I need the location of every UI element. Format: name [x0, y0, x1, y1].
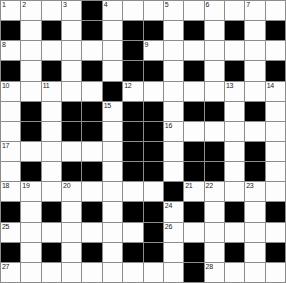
- cell-r8c2[interactable]: [21, 142, 40, 161]
- cell-r12c14[interactable]: [266, 223, 285, 242]
- cell-r14c10: [184, 263, 203, 282]
- cell-r5c11[interactable]: [205, 82, 224, 101]
- clue-number-7: 7: [246, 1, 250, 9]
- cell-r9c13: [245, 162, 264, 181]
- cell-r8c1[interactable]: 17: [1, 142, 20, 161]
- cell-r5c10[interactable]: [184, 82, 203, 101]
- cell-r9c10: [184, 162, 203, 181]
- cell-r13c1: [1, 243, 20, 262]
- cell-r13c9[interactable]: [164, 243, 183, 262]
- cell-r4c13[interactable]: [245, 61, 264, 80]
- cell-r12c5[interactable]: [82, 223, 101, 242]
- clue-number-18: 18: [2, 182, 9, 190]
- cell-r12c2[interactable]: [21, 223, 40, 242]
- cell-r12c11[interactable]: [205, 223, 224, 242]
- clue-number-28: 28: [206, 263, 213, 271]
- cell-r10c11[interactable]: 22: [205, 182, 224, 201]
- cell-r2c8: [144, 21, 163, 40]
- clue-number-3: 3: [63, 1, 67, 9]
- cell-r10c12[interactable]: [225, 182, 244, 201]
- cell-r11c6[interactable]: [103, 202, 122, 221]
- clue-number-22: 22: [206, 182, 213, 190]
- cell-r3c13[interactable]: [245, 41, 264, 60]
- cell-r9c2: [21, 162, 40, 181]
- cell-r4c1: [1, 61, 20, 80]
- cell-r5c12[interactable]: 13: [225, 82, 244, 101]
- cell-r7c4: [62, 122, 81, 141]
- cell-r10c4[interactable]: 20: [62, 182, 81, 201]
- clue-number-4: 4: [104, 1, 108, 9]
- clue-number-25: 25: [2, 223, 9, 231]
- cell-r1c5: [82, 1, 101, 20]
- cell-r10c3[interactable]: [42, 182, 61, 201]
- cell-r8c3[interactable]: [42, 142, 61, 161]
- cell-r11c8: [144, 202, 163, 221]
- cell-r12c4[interactable]: [62, 223, 81, 242]
- cell-r6c11: [205, 102, 224, 121]
- cell-r9c5: [82, 162, 101, 181]
- clue-number-10: 10: [2, 82, 9, 90]
- cell-r9c8: [144, 162, 163, 181]
- cell-r10c5[interactable]: [82, 182, 101, 201]
- cell-r10c1[interactable]: 18: [1, 182, 20, 201]
- cell-r9c1[interactable]: [1, 162, 20, 181]
- cell-r14c12[interactable]: [225, 263, 244, 282]
- clue-number-2: 2: [22, 1, 26, 9]
- clue-number-20: 20: [63, 182, 70, 190]
- cell-r6c8: [144, 102, 163, 121]
- cell-r7c5: [82, 122, 101, 141]
- cell-r11c13[interactable]: [245, 202, 264, 221]
- cell-r10c2[interactable]: 19: [21, 182, 40, 201]
- clue-number-13: 13: [226, 82, 233, 90]
- cell-r11c7: [123, 202, 142, 221]
- cell-r1c2[interactable]: 2: [21, 1, 40, 20]
- cell-r5c9[interactable]: [164, 82, 183, 101]
- cell-r12c13[interactable]: [245, 223, 264, 242]
- cell-r6c3[interactable]: [42, 102, 61, 121]
- clue-number-23: 23: [246, 182, 253, 190]
- cell-r1c4[interactable]: 3: [62, 1, 81, 20]
- cell-r6c13: [245, 102, 264, 121]
- cell-r7c11[interactable]: [205, 122, 224, 141]
- cell-r1c11[interactable]: 6: [205, 1, 224, 20]
- clue-number-19: 19: [22, 182, 29, 190]
- cell-r6c4: [62, 102, 81, 121]
- cell-r2c2[interactable]: [21, 21, 40, 40]
- cell-r2c14: [266, 21, 285, 40]
- cell-r14c1[interactable]: 27: [1, 263, 20, 282]
- cell-r1c14[interactable]: [266, 1, 285, 20]
- cell-r12c1[interactable]: 25: [1, 223, 20, 242]
- cell-r6c9[interactable]: [164, 102, 183, 121]
- cell-r13c5: [82, 243, 101, 262]
- cell-r8c6[interactable]: [103, 142, 122, 161]
- cell-r3c3[interactable]: [42, 41, 61, 60]
- cell-r13c3: [42, 243, 61, 262]
- cell-r12c8: [144, 223, 163, 242]
- cell-r11c4[interactable]: [62, 202, 81, 221]
- cell-r2c12: [225, 21, 244, 40]
- cell-r1c12[interactable]: [225, 1, 244, 20]
- cell-r2c11[interactable]: [205, 21, 224, 40]
- cell-r1c10[interactable]: [184, 1, 203, 20]
- cell-r8c5[interactable]: [82, 142, 101, 161]
- cell-r14c7[interactable]: [123, 263, 142, 282]
- cell-r13c13[interactable]: [245, 243, 264, 262]
- cell-r1c7[interactable]: [123, 1, 142, 20]
- cell-r6c12[interactable]: [225, 102, 244, 121]
- cell-r3c7: [123, 41, 142, 60]
- cell-r2c1: [1, 21, 20, 40]
- cell-r10c14[interactable]: [266, 182, 285, 201]
- cell-r13c4[interactable]: [62, 243, 81, 262]
- cell-r6c10: [184, 102, 203, 121]
- cell-r3c14[interactable]: [266, 41, 285, 60]
- cell-r8c10: [184, 142, 203, 161]
- cell-r3c1[interactable]: 8: [1, 41, 20, 60]
- cell-r1c1[interactable]: 1: [1, 1, 20, 20]
- cell-r8c11: [205, 142, 224, 161]
- cell-r7c12[interactable]: [225, 122, 244, 141]
- cell-r11c10: [184, 202, 203, 221]
- cell-r12c9[interactable]: 26: [164, 223, 183, 242]
- cell-r5c6: [103, 82, 122, 101]
- cell-r5c14[interactable]: 14: [266, 82, 285, 101]
- cell-r2c10: [184, 21, 203, 40]
- clue-number-17: 17: [2, 142, 9, 150]
- cell-r11c5: [82, 202, 101, 221]
- cell-r13c12: [225, 243, 244, 262]
- cell-r3c6[interactable]: [103, 41, 122, 60]
- cell-r3c9[interactable]: [164, 41, 183, 60]
- cell-r2c13[interactable]: [245, 21, 264, 40]
- cell-r3c12[interactable]: [225, 41, 244, 60]
- cell-r10c13[interactable]: 23: [245, 182, 264, 201]
- cell-r14c13[interactable]: [245, 263, 264, 282]
- cell-r4c10: [184, 61, 203, 80]
- cell-r11c2[interactable]: [21, 202, 40, 221]
- clue-number-8: 8: [2, 41, 6, 49]
- cell-r7c13[interactable]: [245, 122, 264, 141]
- cell-r13c8: [144, 243, 163, 262]
- cell-r9c7: [123, 162, 142, 181]
- cell-r7c10[interactable]: [184, 122, 203, 141]
- cell-r5c5[interactable]: [82, 82, 101, 101]
- clue-number-24: 24: [165, 202, 172, 210]
- cell-r9c4: [62, 162, 81, 181]
- cell-r14c8[interactable]: [144, 263, 163, 282]
- cell-r4c12: [225, 61, 244, 80]
- crossword-board: 1234567891011121314151617181920212223242…: [0, 0, 286, 283]
- cell-r6c14[interactable]: [266, 102, 285, 121]
- cell-r12c10[interactable]: [184, 223, 203, 242]
- cell-r11c1: [1, 202, 20, 221]
- cell-r12c7[interactable]: [123, 223, 142, 242]
- clue-number-5: 5: [165, 1, 169, 9]
- cell-r14c14[interactable]: [266, 263, 285, 282]
- cell-r3c11[interactable]: [205, 41, 224, 60]
- cell-r4c8: [144, 61, 163, 80]
- cell-r4c7: [123, 61, 142, 80]
- cell-r5c3[interactable]: 11: [42, 82, 61, 101]
- cell-r4c3: [42, 61, 61, 80]
- cell-r8c12[interactable]: [225, 142, 244, 161]
- cell-r7c14[interactable]: [266, 122, 285, 141]
- cell-r7c9[interactable]: 16: [164, 122, 183, 141]
- cell-r11c11[interactable]: [205, 202, 224, 221]
- cell-r10c6[interactable]: [103, 182, 122, 201]
- cell-r12c12[interactable]: [225, 223, 244, 242]
- clue-number-6: 6: [206, 1, 210, 9]
- cell-r1c3[interactable]: [42, 1, 61, 20]
- cell-r9c9[interactable]: [164, 162, 183, 181]
- cell-r2c9[interactable]: [164, 21, 183, 40]
- cell-r4c9[interactable]: [164, 61, 183, 80]
- cell-r8c8: [144, 142, 163, 161]
- cell-r2c3: [42, 21, 61, 40]
- cell-r9c6[interactable]: [103, 162, 122, 181]
- cell-r2c5: [82, 21, 101, 40]
- cell-r1c9[interactable]: 5: [164, 1, 183, 20]
- clue-number-16: 16: [165, 122, 172, 130]
- cell-r4c14: [266, 61, 285, 80]
- cell-r6c5: [82, 102, 101, 121]
- cell-r8c4[interactable]: [62, 142, 81, 161]
- cell-r14c4[interactable]: [62, 263, 81, 282]
- cell-r13c6[interactable]: [103, 243, 122, 262]
- cell-r7c6[interactable]: [103, 122, 122, 141]
- cell-r12c3[interactable]: [42, 223, 61, 242]
- cell-r10c7[interactable]: [123, 182, 142, 201]
- cell-r8c7: [123, 142, 142, 161]
- cell-r9c14[interactable]: [266, 162, 285, 181]
- cell-r10c10[interactable]: 21: [184, 182, 203, 201]
- cell-r5c8[interactable]: [144, 82, 163, 101]
- cell-r2c4[interactable]: [62, 21, 81, 40]
- clue-number-15: 15: [104, 102, 111, 110]
- cell-r5c4[interactable]: [62, 82, 81, 101]
- cell-r13c7: [123, 243, 142, 262]
- cell-r1c6[interactable]: 4: [103, 1, 122, 20]
- clue-number-11: 11: [43, 82, 50, 90]
- cell-r1c13[interactable]: 7: [245, 1, 264, 20]
- cell-r4c6[interactable]: [103, 61, 122, 80]
- cell-r8c9[interactable]: [164, 142, 183, 161]
- cell-r8c14[interactable]: [266, 142, 285, 161]
- cell-r9c11: [205, 162, 224, 181]
- cell-r5c2[interactable]: [21, 82, 40, 101]
- cell-r13c11[interactable]: [205, 243, 224, 262]
- cell-r14c5[interactable]: [82, 263, 101, 282]
- cell-r8c13: [245, 142, 264, 161]
- cell-r7c1[interactable]: [1, 122, 20, 141]
- cell-r11c3: [42, 202, 61, 221]
- cell-r11c9[interactable]: 24: [164, 202, 183, 221]
- clue-number-21: 21: [185, 182, 192, 190]
- clue-number-9: 9: [145, 41, 149, 49]
- cell-r7c8: [144, 122, 163, 141]
- cell-r2c7: [123, 21, 142, 40]
- cell-r4c4[interactable]: [62, 61, 81, 80]
- clue-number-14: 14: [267, 82, 274, 90]
- cell-r5c13[interactable]: [245, 82, 264, 101]
- cell-r14c2[interactable]: [21, 263, 40, 282]
- cell-r9c3[interactable]: [42, 162, 61, 181]
- cell-r7c3[interactable]: [42, 122, 61, 141]
- cell-r3c4[interactable]: [62, 41, 81, 60]
- cell-r6c2: [21, 102, 40, 121]
- cell-r14c9[interactable]: [164, 263, 183, 282]
- cell-r3c8[interactable]: 9: [144, 41, 163, 60]
- cell-r12c6[interactable]: [103, 223, 122, 242]
- cell-r14c6[interactable]: [103, 263, 122, 282]
- cell-r11c12: [225, 202, 244, 221]
- cell-r3c5[interactable]: [82, 41, 101, 60]
- cell-r1c8[interactable]: [144, 1, 163, 20]
- cell-r7c2: [21, 122, 40, 141]
- cell-r3c10[interactable]: [184, 41, 203, 60]
- cell-r14c11[interactable]: 28: [205, 263, 224, 282]
- cell-r13c14: [266, 243, 285, 262]
- cell-r4c2[interactable]: [21, 61, 40, 80]
- cell-r6c6[interactable]: 15: [103, 102, 122, 121]
- cell-r4c11[interactable]: [205, 61, 224, 80]
- cell-r10c9: [164, 182, 183, 201]
- cell-r2c6[interactable]: [103, 21, 122, 40]
- clue-number-26: 26: [165, 223, 172, 231]
- cell-r11c14: [266, 202, 285, 221]
- cell-r6c7: [123, 102, 142, 121]
- clue-number-27: 27: [2, 263, 9, 271]
- cell-r10c8[interactable]: [144, 182, 163, 201]
- cell-r13c2[interactable]: [21, 243, 40, 262]
- clue-number-1: 1: [2, 1, 6, 9]
- crossword-puzzle: 1234567891011121314151617181920212223242…: [0, 0, 286, 283]
- cell-r13c10: [184, 243, 203, 262]
- cell-r5c7[interactable]: 12: [123, 82, 142, 101]
- cell-r7c7: [123, 122, 142, 141]
- cell-r14c3[interactable]: [42, 263, 61, 282]
- cell-r4c5: [82, 61, 101, 80]
- cell-r3c2[interactable]: [21, 41, 40, 60]
- clue-number-12: 12: [124, 82, 131, 90]
- cell-r9c12[interactable]: [225, 162, 244, 181]
- cell-r6c1[interactable]: [1, 102, 20, 121]
- cell-r5c1[interactable]: 10: [1, 82, 20, 101]
